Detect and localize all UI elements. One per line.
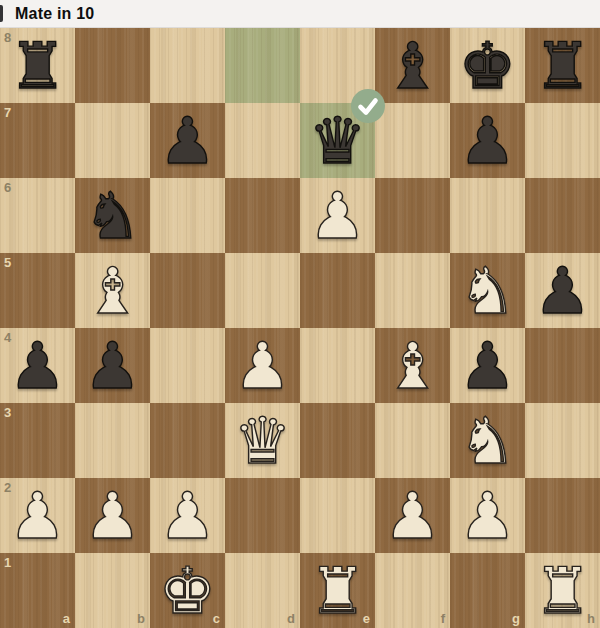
file-label-b: b: [137, 612, 145, 625]
square-b7[interactable]: [75, 103, 150, 178]
white-bishop[interactable]: ♝: [84, 259, 141, 323]
rank-label-7: 7: [4, 106, 11, 119]
square-b3[interactable]: [75, 403, 150, 478]
square-c5[interactable]: [150, 253, 225, 328]
correct-move-badge: [351, 89, 385, 123]
square-b6[interactable]: ♞: [75, 178, 150, 253]
white-knight[interactable]: ♞: [459, 409, 516, 473]
square-d1[interactable]: d: [225, 553, 300, 628]
square-b4[interactable]: ♟: [75, 328, 150, 403]
square-a5[interactable]: 5: [0, 253, 75, 328]
square-c4[interactable]: [150, 328, 225, 403]
file-label-a: a: [63, 612, 70, 625]
chess-board[interactable]: 8♜♝♚♜7♟♛♟6♞♟5♝♞♟4♟♟♟♝♟3♛♞2♟♟♟♟♟1abc♚de♜f…: [0, 28, 600, 628]
square-e1[interactable]: e♜: [300, 553, 375, 628]
black-bishop[interactable]: ♝: [384, 34, 441, 98]
black-pawn[interactable]: ♟: [459, 109, 516, 173]
square-a6[interactable]: 6: [0, 178, 75, 253]
square-c7[interactable]: ♟: [150, 103, 225, 178]
square-g1[interactable]: g: [450, 553, 525, 628]
black-king[interactable]: ♚: [459, 34, 516, 98]
white-pawn[interactable]: ♟: [159, 484, 216, 548]
square-b1[interactable]: b: [75, 553, 150, 628]
checkmark-icon: [357, 97, 379, 116]
square-f6[interactable]: [375, 178, 450, 253]
puzzle-goal-title: Mate in 10: [15, 5, 94, 23]
white-pawn[interactable]: ♟: [84, 484, 141, 548]
cropped-back-icon: [0, 5, 3, 22]
black-rook[interactable]: ♜: [534, 34, 591, 98]
white-rook[interactable]: ♜: [309, 559, 366, 623]
black-pawn[interactable]: ♟: [534, 259, 591, 323]
square-d8[interactable]: [225, 28, 300, 103]
file-label-f: f: [441, 612, 445, 625]
square-d7[interactable]: [225, 103, 300, 178]
square-e4[interactable]: [300, 328, 375, 403]
square-f7[interactable]: [375, 103, 450, 178]
header-bar: Mate in 10: [0, 0, 600, 28]
square-c3[interactable]: [150, 403, 225, 478]
square-d4[interactable]: ♟: [225, 328, 300, 403]
rank-label-6: 6: [4, 181, 11, 194]
square-c6[interactable]: [150, 178, 225, 253]
square-e6[interactable]: ♟: [300, 178, 375, 253]
white-bishop[interactable]: ♝: [384, 334, 441, 398]
square-g3[interactable]: ♞: [450, 403, 525, 478]
square-a3[interactable]: 3: [0, 403, 75, 478]
square-c1[interactable]: c♚: [150, 553, 225, 628]
black-pawn[interactable]: ♟: [9, 334, 66, 398]
square-e3[interactable]: [300, 403, 375, 478]
white-rook[interactable]: ♜: [534, 559, 591, 623]
square-g5[interactable]: ♞: [450, 253, 525, 328]
white-knight[interactable]: ♞: [459, 259, 516, 323]
square-g4[interactable]: ♟: [450, 328, 525, 403]
square-f8[interactable]: ♝: [375, 28, 450, 103]
file-label-g: g: [512, 612, 520, 625]
square-a8[interactable]: 8♜: [0, 28, 75, 103]
square-f3[interactable]: [375, 403, 450, 478]
black-knight[interactable]: ♞: [84, 184, 141, 248]
square-e7[interactable]: ♛: [300, 103, 375, 178]
square-c8[interactable]: [150, 28, 225, 103]
square-h8[interactable]: ♜: [525, 28, 600, 103]
square-a2[interactable]: 2♟: [0, 478, 75, 553]
rank-label-1: 1: [4, 556, 11, 569]
white-pawn[interactable]: ♟: [459, 484, 516, 548]
square-b8[interactable]: [75, 28, 150, 103]
square-h7[interactable]: [525, 103, 600, 178]
square-e2[interactable]: [300, 478, 375, 553]
file-label-d: d: [287, 612, 295, 625]
square-d3[interactable]: ♛: [225, 403, 300, 478]
square-h5[interactable]: ♟: [525, 253, 600, 328]
square-h3[interactable]: [525, 403, 600, 478]
square-g7[interactable]: ♟: [450, 103, 525, 178]
square-f5[interactable]: [375, 253, 450, 328]
white-pawn[interactable]: ♟: [9, 484, 66, 548]
square-d6[interactable]: [225, 178, 300, 253]
square-g2[interactable]: ♟: [450, 478, 525, 553]
white-queen[interactable]: ♛: [234, 409, 291, 473]
white-pawn[interactable]: ♟: [384, 484, 441, 548]
black-pawn[interactable]: ♟: [159, 109, 216, 173]
square-d5[interactable]: [225, 253, 300, 328]
square-h1[interactable]: h♜: [525, 553, 600, 628]
square-e5[interactable]: [300, 253, 375, 328]
square-h2[interactable]: [525, 478, 600, 553]
white-pawn[interactable]: ♟: [309, 184, 366, 248]
square-a4[interactable]: 4♟: [0, 328, 75, 403]
square-f2[interactable]: ♟: [375, 478, 450, 553]
square-a1[interactable]: 1a: [0, 553, 75, 628]
square-a7[interactable]: 7: [0, 103, 75, 178]
rank-label-5: 5: [4, 256, 11, 269]
square-g6[interactable]: [450, 178, 525, 253]
square-b2[interactable]: ♟: [75, 478, 150, 553]
white-pawn[interactable]: ♟: [234, 334, 291, 398]
black-pawn[interactable]: ♟: [84, 334, 141, 398]
black-pawn[interactable]: ♟: [459, 334, 516, 398]
square-d2[interactable]: [225, 478, 300, 553]
square-g8[interactable]: ♚: [450, 28, 525, 103]
square-h6[interactable]: [525, 178, 600, 253]
black-rook[interactable]: ♜: [9, 34, 66, 98]
square-h4[interactable]: [525, 328, 600, 403]
rank-label-3: 3: [4, 406, 11, 419]
square-f1[interactable]: f: [375, 553, 450, 628]
square-f4[interactable]: ♝: [375, 328, 450, 403]
square-c2[interactable]: ♟: [150, 478, 225, 553]
white-king[interactable]: ♚: [159, 559, 216, 623]
square-b5[interactable]: ♝: [75, 253, 150, 328]
